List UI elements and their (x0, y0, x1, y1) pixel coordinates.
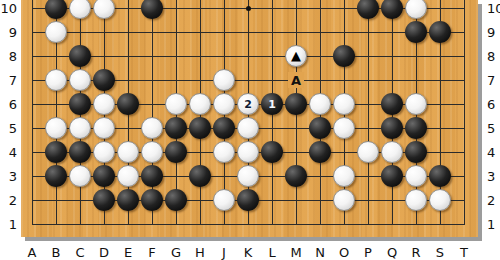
white-stone-M8[interactable]: ▲ (285, 45, 307, 67)
column-label-O: O (337, 246, 351, 259)
white-stone-Q4[interactable] (381, 141, 403, 163)
white-stone-R10[interactable] (405, 0, 427, 19)
white-stone-R3[interactable] (405, 165, 427, 187)
white-stone-H6[interactable] (189, 93, 211, 115)
row-label-left-7: 7 (0, 74, 17, 87)
black-stone-M6[interactable] (285, 93, 307, 115)
point-label-A: A (288, 72, 304, 88)
black-stone-D3[interactable] (93, 165, 115, 187)
black-stone-Q5[interactable] (381, 117, 403, 139)
black-stone-R4[interactable] (405, 141, 427, 163)
black-stone-G2[interactable] (165, 189, 187, 211)
column-label-M: M (289, 246, 303, 259)
black-stone-K2[interactable] (237, 189, 259, 211)
star-point (246, 6, 251, 11)
column-label-R: R (409, 246, 423, 259)
column-label-B: B (49, 246, 63, 259)
white-stone-R6[interactable] (405, 93, 427, 115)
white-stone-J4[interactable] (213, 141, 235, 163)
grid-vertical-line (32, 0, 33, 225)
black-stone-B4[interactable] (45, 141, 67, 163)
white-stone-K6[interactable]: 2 (237, 93, 259, 115)
grid-vertical-line (464, 0, 465, 225)
row-label-right-5: 5 (487, 122, 495, 135)
white-stone-O3[interactable] (333, 165, 355, 187)
row-label-right-7: 7 (487, 74, 495, 87)
row-label-right-3: 3 (487, 170, 495, 183)
triangle-mark: ▲ (291, 49, 301, 62)
white-stone-B7[interactable] (45, 69, 67, 91)
row-label-right-9: 9 (487, 26, 495, 39)
black-stone-G5[interactable] (165, 117, 187, 139)
go-board[interactable]: ▲21A (21, 0, 478, 237)
black-stone-F10[interactable] (141, 0, 163, 19)
white-stone-O2[interactable] (333, 189, 355, 211)
white-stone-E4[interactable] (117, 141, 139, 163)
black-stone-J5[interactable] (213, 117, 235, 139)
white-stone-D6[interactable] (93, 93, 115, 115)
black-stone-Q10[interactable] (381, 0, 403, 19)
white-stone-K4[interactable] (237, 141, 259, 163)
row-label-right-4: 4 (487, 146, 495, 159)
column-label-J: J (217, 246, 231, 259)
column-label-K: K (241, 246, 255, 259)
column-label-G: G (169, 246, 183, 259)
black-stone-E6[interactable] (117, 93, 139, 115)
column-label-D: D (97, 246, 111, 259)
white-stone-R2[interactable] (405, 189, 427, 211)
row-label-left-4: 4 (0, 146, 17, 159)
black-stone-E2[interactable] (117, 189, 139, 211)
white-stone-C10[interactable] (69, 0, 91, 19)
black-stone-C6[interactable] (69, 93, 91, 115)
column-label-L: L (265, 246, 279, 259)
row-label-right-2: 2 (487, 194, 495, 207)
row-label-right-6: 6 (487, 98, 495, 111)
black-stone-B10[interactable] (45, 0, 67, 19)
black-stone-N4[interactable] (309, 141, 331, 163)
black-stone-G4[interactable] (165, 141, 187, 163)
white-stone-J2[interactable] (213, 189, 235, 211)
black-stone-B3[interactable] (45, 165, 67, 187)
row-label-right-8: 8 (487, 50, 495, 63)
black-stone-F3[interactable] (141, 165, 163, 187)
grid-horizontal-line (32, 224, 465, 225)
black-stone-M3[interactable] (285, 165, 307, 187)
black-stone-C8[interactable] (69, 45, 91, 67)
white-stone-O6[interactable] (333, 93, 355, 115)
black-stone-L4[interactable] (261, 141, 283, 163)
column-label-A: A (25, 246, 39, 259)
move-number-label: 2 (244, 99, 252, 110)
white-stone-P4[interactable] (357, 141, 379, 163)
move-number-label: 1 (268, 99, 276, 110)
black-stone-H5[interactable] (189, 117, 211, 139)
grid-horizontal-line (32, 56, 465, 57)
white-stone-J7[interactable] (213, 69, 235, 91)
white-stone-F4[interactable] (141, 141, 163, 163)
black-stone-P10[interactable] (357, 0, 379, 19)
white-stone-S2[interactable] (429, 189, 451, 211)
white-stone-O5[interactable] (333, 117, 355, 139)
row-label-left-1: 1 (0, 218, 17, 231)
black-stone-L6[interactable]: 1 (261, 93, 283, 115)
black-stone-D7[interactable] (93, 69, 115, 91)
white-stone-C5[interactable] (69, 117, 91, 139)
white-stone-D10[interactable] (93, 0, 115, 19)
black-stone-N5[interactable] (309, 117, 331, 139)
white-stone-D4[interactable] (93, 141, 115, 163)
white-stone-B9[interactable] (45, 21, 67, 43)
black-stone-R5[interactable] (405, 117, 427, 139)
column-label-N: N (313, 246, 327, 259)
white-stone-D5[interactable] (93, 117, 115, 139)
row-label-left-5: 5 (0, 122, 17, 135)
black-stone-S9[interactable] (429, 21, 451, 43)
column-label-T: T (457, 246, 471, 259)
black-stone-H3[interactable] (189, 165, 211, 187)
white-stone-E3[interactable] (117, 165, 139, 187)
column-label-H: H (193, 246, 207, 259)
white-stone-F5[interactable] (141, 117, 163, 139)
column-label-Q: Q (385, 246, 399, 259)
black-stone-O8[interactable] (333, 45, 355, 67)
grid-vertical-line (368, 0, 369, 225)
column-label-E: E (121, 246, 135, 259)
black-stone-F2[interactable] (141, 189, 163, 211)
white-stone-G6[interactable] (165, 93, 187, 115)
black-stone-D2[interactable] (93, 189, 115, 211)
row-label-left-6: 6 (0, 98, 17, 111)
black-stone-C4[interactable] (69, 141, 91, 163)
row-label-left-3: 3 (0, 170, 17, 183)
black-stone-R9[interactable] (405, 21, 427, 43)
black-stone-Q3[interactable] (381, 165, 403, 187)
row-label-left-9: 9 (0, 26, 17, 39)
column-label-C: C (73, 246, 87, 259)
column-label-F: F (145, 246, 159, 259)
black-stone-S3[interactable] (429, 165, 451, 187)
row-label-left-8: 8 (0, 50, 17, 63)
column-label-S: S (433, 246, 447, 259)
black-stone-Q6[interactable] (381, 93, 403, 115)
row-label-right-10: 10 (487, 2, 500, 15)
grid-horizontal-line (32, 32, 465, 33)
white-stone-K3[interactable] (237, 165, 259, 187)
white-stone-N6[interactable] (309, 93, 331, 115)
row-label-left-10: 10 (0, 2, 17, 15)
row-label-left-2: 2 (0, 194, 17, 207)
white-stone-K5[interactable] (237, 117, 259, 139)
white-stone-J6[interactable] (213, 93, 235, 115)
white-stone-B5[interactable] (45, 117, 67, 139)
row-label-right-1: 1 (487, 218, 495, 231)
go-diagram: ▲21A 1010998877665544332211ABCDEFGHJKLMN… (0, 0, 500, 260)
column-label-P: P (361, 246, 375, 259)
white-stone-C7[interactable] (69, 69, 91, 91)
white-stone-C3[interactable] (69, 165, 91, 187)
